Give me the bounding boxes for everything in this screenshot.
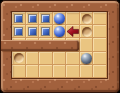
board-cell-r4c4 xyxy=(53,52,67,65)
board-cell-r4c3 xyxy=(39,52,53,65)
board-cell-r4c7 xyxy=(93,52,107,65)
board-cell-r4c1 xyxy=(12,52,26,65)
hole-target xyxy=(14,53,24,63)
board-cell-r2c7 xyxy=(93,25,107,38)
board-cell-r1c7 xyxy=(93,12,107,25)
blue-tile-piece[interactable] xyxy=(42,15,49,22)
board-cell-r1c5 xyxy=(66,12,80,25)
blue-tile-piece[interactable] xyxy=(42,28,49,35)
steel-marble-piece[interactable] xyxy=(81,53,92,64)
blue-tile-piece[interactable] xyxy=(15,28,22,35)
board-cell-r5c7 xyxy=(93,65,107,78)
board-cell-r2c6 xyxy=(80,25,94,38)
board-cell-r1c1 xyxy=(12,12,26,25)
board-cell-r5c5 xyxy=(66,65,80,78)
board-cell-r5c2 xyxy=(26,65,40,78)
red-arrow-left-icon[interactable] xyxy=(67,26,79,37)
blue-tile-piece[interactable] xyxy=(15,15,22,22)
board-cell-r2c4 xyxy=(53,25,67,38)
board-cell-r4c2 xyxy=(26,52,40,65)
wall-bar xyxy=(1,40,79,51)
blue-marble-piece[interactable] xyxy=(54,13,65,24)
board-cell-r2c1 xyxy=(12,25,26,38)
board-cell-r2c2 xyxy=(26,25,40,38)
board-cell-r2c5 xyxy=(66,25,80,38)
board-cell-r1c6 xyxy=(80,12,94,25)
board-cell-r5c6 xyxy=(80,65,94,78)
board-cell-r1c3 xyxy=(39,12,53,25)
blue-tile-piece[interactable] xyxy=(29,28,36,35)
puzzle-game-window xyxy=(0,0,120,93)
board-cell-r1c4 xyxy=(53,12,67,25)
board-cell-r5c1 xyxy=(12,65,26,78)
board-cell-r3c6 xyxy=(80,38,94,51)
board-cell-r4c6 xyxy=(80,52,94,65)
board-cell-r3c7 xyxy=(93,38,107,51)
board-cell-r1c2 xyxy=(26,12,40,25)
blue-tile-piece[interactable] xyxy=(29,15,36,22)
puzzle-board xyxy=(11,11,108,79)
hole-target xyxy=(82,14,92,24)
hole-target xyxy=(82,27,92,37)
board-cell-r2c3 xyxy=(39,25,53,38)
board-cell-r5c4 xyxy=(53,65,67,78)
board-cell-r5c3 xyxy=(39,65,53,78)
board-cell-r4c5 xyxy=(66,52,80,65)
blue-marble-piece[interactable] xyxy=(54,26,65,37)
